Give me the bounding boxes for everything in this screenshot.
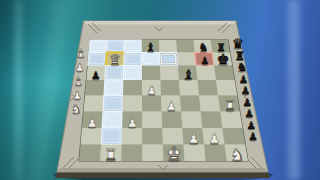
square-g1[interactable]: [204, 145, 227, 162]
square-e6[interactable]: [160, 66, 179, 81]
square-f7[interactable]: [177, 53, 196, 66]
square-c2[interactable]: [122, 128, 143, 145]
square-h6[interactable]: [214, 66, 234, 81]
square-h3[interactable]: [220, 112, 242, 129]
captured-black-pawn: ♟: [248, 130, 257, 142]
piece-white-pawn-f2[interactable]: ♟: [188, 131, 200, 146]
piece-white-queen-b7[interactable]: ♛: [109, 51, 121, 67]
square-a4[interactable]: [84, 96, 104, 112]
chessboard-3d-scene: ♛♝♞♜♝♜♛♟♚♟♞♟♝♟♝♟♟♟♟♟♜♞♟♟♟♟♟♟♟♜♚♞: [0, 0, 320, 180]
piece-black-bishop-d8[interactable]: ♝: [146, 40, 156, 54]
square-a2[interactable]: [81, 128, 103, 145]
captured-black-pawn: ♟: [239, 73, 248, 85]
piece-black-pawn-g7[interactable]: ♟: [201, 55, 210, 66]
piece-white-king-e1[interactable]: ♚: [165, 142, 182, 165]
square-e5[interactable]: [160, 80, 180, 96]
captured-black-pawn: ♟: [246, 119, 255, 131]
piece-white-pawn-d5[interactable]: ♟: [147, 84, 157, 97]
captured-white-bishop: ♝: [76, 46, 86, 60]
board-side-edge: [55, 172, 270, 178]
square-c1[interactable]: [121, 145, 142, 162]
square-e3[interactable]: [162, 112, 183, 129]
square-a5[interactable]: [85, 80, 105, 96]
square-f8[interactable]: [176, 40, 195, 53]
square-g3[interactable]: [201, 112, 223, 129]
square-c5[interactable]: [123, 80, 142, 96]
square-d2[interactable]: [142, 128, 163, 145]
square-d1[interactable]: [142, 145, 163, 162]
captured-white-bishop: ♝: [73, 74, 83, 88]
piece-white-rook-h4[interactable]: ♜: [224, 98, 236, 113]
captured-white-pawn: ♟: [75, 61, 84, 73]
square-f3[interactable]: [181, 112, 202, 129]
square-h5[interactable]: [216, 80, 237, 96]
piece-white-pawn-a3[interactable]: ♟: [87, 115, 98, 130]
piece-white-pawn-g2[interactable]: ♟: [208, 131, 220, 146]
square-a1[interactable]: [79, 145, 101, 162]
captured-white-pawn: ♟: [72, 89, 81, 101]
square-f5[interactable]: [179, 80, 199, 96]
square-h2[interactable]: [222, 128, 245, 145]
piece-black-pawn-a6[interactable]: ♟: [91, 69, 100, 81]
square-f1[interactable]: [183, 145, 205, 162]
piece-white-pawn-e4[interactable]: ♟: [166, 99, 177, 113]
captured-black-pawn: ♟: [241, 84, 250, 96]
square-g4[interactable]: [199, 96, 220, 112]
captured-black-pawn: ♟: [245, 107, 254, 119]
square-d3[interactable]: [142, 112, 162, 129]
piece-white-rook-b1[interactable]: ♜: [104, 146, 118, 164]
game-viewport: ♛♝♞♜♝♜♛♟♚♟♞♟♝♟♝♟♟♟♟♟♜♞♟♟♟♟♟♟♟♜♚♞: [0, 0, 320, 180]
captured-black-pawn: ♟: [243, 96, 252, 108]
square-d4[interactable]: [142, 96, 162, 112]
square-e8[interactable]: [159, 40, 177, 53]
square-f4[interactable]: [180, 96, 201, 112]
square-c4[interactable]: [123, 96, 143, 112]
piece-black-king-h7[interactable]: ♚: [217, 51, 230, 67]
piece-black-bishop-f6[interactable]: ♝: [182, 67, 194, 82]
captured-white-knight: ♞: [71, 102, 81, 116]
piece-white-knight-h1[interactable]: ♞: [230, 145, 244, 164]
square-g5[interactable]: [198, 80, 219, 96]
piece-black-knight-g8[interactable]: ♞: [199, 41, 209, 54]
square-g6[interactable]: [196, 66, 216, 81]
square-d6[interactable]: [142, 66, 161, 81]
piece-white-pawn-c3[interactable]: ♟: [127, 115, 138, 130]
